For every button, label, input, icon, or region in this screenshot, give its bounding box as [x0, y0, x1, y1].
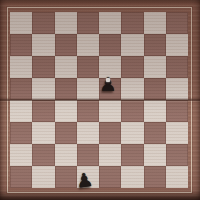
square-a7[interactable]	[10, 34, 32, 56]
square-g7[interactable]	[144, 34, 166, 56]
square-e5[interactable]: ♟	[99, 78, 121, 100]
square-g8[interactable]	[144, 12, 166, 34]
square-e3[interactable]	[99, 122, 121, 144]
square-b7[interactable]	[32, 34, 54, 56]
square-g6[interactable]	[144, 56, 166, 78]
square-a4[interactable]	[10, 100, 32, 122]
specular-highlight	[106, 78, 110, 82]
square-e4[interactable]	[99, 100, 121, 122]
square-d2[interactable]	[77, 144, 99, 166]
square-f1[interactable]	[121, 166, 143, 188]
square-g3[interactable]	[144, 122, 166, 144]
square-a8[interactable]	[10, 12, 32, 34]
square-h7[interactable]	[166, 34, 188, 56]
chessboard-photo: ♟♟	[0, 0, 200, 200]
square-b8[interactable]	[32, 12, 54, 34]
square-h4[interactable]	[166, 100, 188, 122]
square-e1[interactable]	[99, 166, 121, 188]
square-d1[interactable]: ♟	[77, 166, 99, 188]
square-d5[interactable]	[77, 78, 99, 100]
square-c2[interactable]	[55, 144, 77, 166]
square-f4[interactable]	[121, 100, 143, 122]
black-pawn-d1[interactable]: ♟	[75, 169, 95, 190]
square-d6[interactable]	[77, 56, 99, 78]
square-b5[interactable]	[32, 78, 54, 100]
square-b3[interactable]	[32, 122, 54, 144]
square-d8[interactable]	[77, 12, 99, 34]
square-b6[interactable]	[32, 56, 54, 78]
square-f6[interactable]	[121, 56, 143, 78]
black-pawn-e5[interactable]: ♟	[100, 75, 117, 94]
square-a2[interactable]	[10, 144, 32, 166]
square-d3[interactable]	[77, 122, 99, 144]
square-a5[interactable]	[10, 78, 32, 100]
square-g2[interactable]	[144, 144, 166, 166]
square-f5[interactable]	[121, 78, 143, 100]
square-c4[interactable]	[55, 100, 77, 122]
square-c6[interactable]	[55, 56, 77, 78]
square-f7[interactable]	[121, 34, 143, 56]
board-fold-seam	[0, 99, 200, 101]
square-e8[interactable]	[99, 12, 121, 34]
square-c8[interactable]	[55, 12, 77, 34]
square-a1[interactable]	[10, 166, 32, 188]
square-h5[interactable]	[166, 78, 188, 100]
square-h6[interactable]	[166, 56, 188, 78]
square-c5[interactable]	[55, 78, 77, 100]
square-f2[interactable]	[121, 144, 143, 166]
square-c1[interactable]	[55, 166, 77, 188]
square-c7[interactable]	[55, 34, 77, 56]
square-g1[interactable]	[144, 166, 166, 188]
square-g4[interactable]	[144, 100, 166, 122]
square-f3[interactable]	[121, 122, 143, 144]
square-c3[interactable]	[55, 122, 77, 144]
square-f8[interactable]	[121, 12, 143, 34]
square-h2[interactable]	[166, 144, 188, 166]
square-a3[interactable]	[10, 122, 32, 144]
square-b1[interactable]	[32, 166, 54, 188]
square-e7[interactable]	[99, 34, 121, 56]
square-d7[interactable]	[77, 34, 99, 56]
square-h3[interactable]	[166, 122, 188, 144]
square-g5[interactable]	[144, 78, 166, 100]
square-e2[interactable]	[99, 144, 121, 166]
square-b4[interactable]	[32, 100, 54, 122]
square-d4[interactable]	[77, 100, 99, 122]
square-h1[interactable]	[166, 166, 188, 188]
square-h8[interactable]	[166, 12, 188, 34]
square-a6[interactable]	[10, 56, 32, 78]
square-b2[interactable]	[32, 144, 54, 166]
